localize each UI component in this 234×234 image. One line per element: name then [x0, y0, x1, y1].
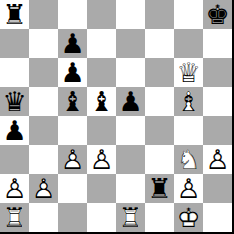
square-e3[interactable]: [116, 145, 145, 174]
square-f5[interactable]: [145, 87, 174, 116]
square-d8[interactable]: [87, 0, 116, 29]
black-pawn-icon[interactable]: ♟: [58, 29, 87, 58]
square-d6[interactable]: [87, 58, 116, 87]
square-g2[interactable]: ♟♙: [174, 174, 203, 203]
square-c5[interactable]: ♝: [58, 87, 87, 116]
square-e4[interactable]: [116, 116, 145, 145]
square-c6[interactable]: ♟: [58, 58, 87, 87]
square-h5[interactable]: [203, 87, 232, 116]
square-a5[interactable]: ♛: [0, 87, 29, 116]
square-h4[interactable]: [203, 116, 232, 145]
white-pawn-icon[interactable]: ♙: [58, 145, 87, 174]
chessboard-container: ♜♚♟♟♛♕♛♝♝♟♝♗♟♟♙♟♙♞♘♟♙♟♙♟♙♜♟♙♜♖♜♖♚♔: [0, 0, 234, 234]
square-f3[interactable]: [145, 145, 174, 174]
square-g6[interactable]: ♛♕: [174, 58, 203, 87]
square-d4[interactable]: [87, 116, 116, 145]
black-queen-icon[interactable]: ♛: [0, 87, 29, 116]
square-c7[interactable]: ♟: [58, 29, 87, 58]
square-e7[interactable]: [116, 29, 145, 58]
square-e8[interactable]: [116, 0, 145, 29]
square-g5[interactable]: ♝♗: [174, 87, 203, 116]
square-a7[interactable]: [0, 29, 29, 58]
square-h7[interactable]: [203, 29, 232, 58]
black-pawn-icon[interactable]: ♟: [0, 116, 29, 145]
white-pawn-icon[interactable]: ♙: [87, 145, 116, 174]
square-b4[interactable]: [29, 116, 58, 145]
square-b7[interactable]: [29, 29, 58, 58]
square-e6[interactable]: [116, 58, 145, 87]
square-f4[interactable]: [145, 116, 174, 145]
square-g1[interactable]: ♚♔: [174, 203, 203, 232]
white-queen-icon[interactable]: ♕: [174, 58, 203, 87]
square-e1[interactable]: ♜♖: [116, 203, 145, 232]
black-pawn-icon[interactable]: ♟: [116, 87, 145, 116]
black-bishop-icon[interactable]: ♝: [87, 87, 116, 116]
white-rook-icon[interactable]: ♖: [0, 203, 29, 232]
square-e2[interactable]: [116, 174, 145, 203]
white-pawn-icon[interactable]: ♙: [203, 145, 232, 174]
square-f8[interactable]: [145, 0, 174, 29]
square-h2[interactable]: [203, 174, 232, 203]
square-f1[interactable]: [145, 203, 174, 232]
square-a3[interactable]: [0, 145, 29, 174]
square-c8[interactable]: [58, 0, 87, 29]
square-g7[interactable]: [174, 29, 203, 58]
chessboard: ♜♚♟♟♛♕♛♝♝♟♝♗♟♟♙♟♙♞♘♟♙♟♙♟♙♜♟♙♜♖♜♖♚♔: [0, 0, 234, 234]
square-a6[interactable]: [0, 58, 29, 87]
square-d2[interactable]: [87, 174, 116, 203]
white-rook-icon[interactable]: ♖: [116, 203, 145, 232]
black-bishop-icon[interactable]: ♝: [58, 87, 87, 116]
square-a2[interactable]: ♟♙: [0, 174, 29, 203]
square-g4[interactable]: [174, 116, 203, 145]
square-b5[interactable]: [29, 87, 58, 116]
square-a4[interactable]: ♟: [0, 116, 29, 145]
white-bishop-icon[interactable]: ♗: [174, 87, 203, 116]
square-d1[interactable]: [87, 203, 116, 232]
square-c2[interactable]: [58, 174, 87, 203]
black-king-icon[interactable]: ♚: [203, 0, 232, 29]
square-d3[interactable]: ♟♙: [87, 145, 116, 174]
square-e5[interactable]: ♟: [116, 87, 145, 116]
square-c1[interactable]: [58, 203, 87, 232]
square-c4[interactable]: [58, 116, 87, 145]
square-a8[interactable]: ♜: [0, 0, 29, 29]
square-b8[interactable]: [29, 0, 58, 29]
black-pawn-icon[interactable]: ♟: [58, 58, 87, 87]
square-b2[interactable]: ♟♙: [29, 174, 58, 203]
square-h6[interactable]: [203, 58, 232, 87]
white-pawn-icon[interactable]: ♙: [174, 174, 203, 203]
square-a1[interactable]: ♜♖: [0, 203, 29, 232]
square-h1[interactable]: [203, 203, 232, 232]
square-g8[interactable]: [174, 0, 203, 29]
square-f2[interactable]: ♜: [145, 174, 174, 203]
square-h8[interactable]: ♚: [203, 0, 232, 29]
black-rook-icon[interactable]: ♜: [145, 174, 174, 203]
black-rook-icon[interactable]: ♜: [0, 0, 29, 29]
white-knight-icon[interactable]: ♘: [174, 145, 203, 174]
square-f6[interactable]: [145, 58, 174, 87]
square-d7[interactable]: [87, 29, 116, 58]
square-b6[interactable]: [29, 58, 58, 87]
white-pawn-icon[interactable]: ♙: [0, 174, 29, 203]
square-d5[interactable]: ♝: [87, 87, 116, 116]
square-h3[interactable]: ♟♙: [203, 145, 232, 174]
square-b3[interactable]: [29, 145, 58, 174]
square-g3[interactable]: ♞♘: [174, 145, 203, 174]
square-f7[interactable]: [145, 29, 174, 58]
square-b1[interactable]: [29, 203, 58, 232]
white-king-icon[interactable]: ♔: [174, 203, 203, 232]
white-pawn-icon[interactable]: ♙: [29, 174, 58, 203]
square-c3[interactable]: ♟♙: [58, 145, 87, 174]
